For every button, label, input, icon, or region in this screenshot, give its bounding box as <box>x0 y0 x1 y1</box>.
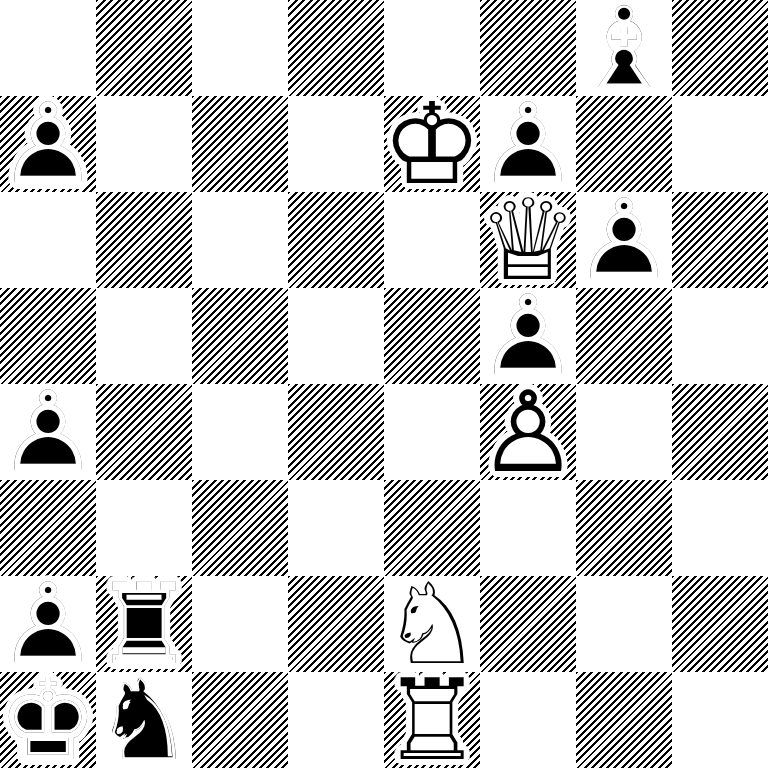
square-c1[interactable] <box>192 672 288 768</box>
piece-black-king-icon[interactable]: ♚︎♚︎♔︎ <box>0 672 96 768</box>
square-a7[interactable]: ♟︎♟︎♙︎ <box>0 96 96 192</box>
piece-glyph-detail-white: ♙︎ <box>576 192 672 288</box>
square-b5[interactable] <box>96 288 192 384</box>
square-g2[interactable] <box>576 576 672 672</box>
square-e1[interactable]: ♜︎♜︎♖︎ <box>384 672 480 768</box>
piece-glyph-detail-white: ♗︎ <box>576 0 672 96</box>
square-h3[interactable] <box>672 480 768 576</box>
piece-glyph-outline-black: ♔︎ <box>384 96 480 192</box>
piece-glyph-outline-black: ♖︎ <box>384 672 480 768</box>
square-h5[interactable] <box>672 288 768 384</box>
square-h2[interactable] <box>672 576 768 672</box>
square-f4[interactable]: ♟︎♟︎♙︎ <box>480 384 576 480</box>
chess-board: ♝︎♝︎♗︎♟︎♟︎♙︎♚︎♚︎♔︎♟︎♟︎♙︎♛︎♛︎♕︎♟︎♟︎♙︎♟︎♟︎… <box>0 0 768 768</box>
piece-black-bishop-icon[interactable]: ♝︎♝︎♗︎ <box>576 0 672 96</box>
piece-white-king-icon[interactable]: ♚︎♚︎♔︎ <box>384 96 480 192</box>
square-b6[interactable] <box>96 192 192 288</box>
piece-black-knight-icon[interactable]: ♞︎♞︎♘︎ <box>96 672 192 768</box>
square-b8[interactable] <box>96 0 192 96</box>
square-a1[interactable]: ♚︎♚︎♔︎ <box>0 672 96 768</box>
square-g3[interactable] <box>576 480 672 576</box>
square-g6[interactable]: ♟︎♟︎♙︎ <box>576 192 672 288</box>
square-c8[interactable] <box>192 0 288 96</box>
square-g8[interactable]: ♝︎♝︎♗︎ <box>576 0 672 96</box>
square-c7[interactable] <box>192 96 288 192</box>
square-g4[interactable] <box>576 384 672 480</box>
square-d4[interactable] <box>288 384 384 480</box>
piece-glyph-detail-white: ♙︎ <box>0 96 96 192</box>
square-c6[interactable] <box>192 192 288 288</box>
square-h8[interactable] <box>672 0 768 96</box>
piece-black-pawn-icon[interactable]: ♟︎♟︎♙︎ <box>0 96 96 192</box>
piece-glyph-detail-white: ♔︎ <box>0 672 96 768</box>
square-e7[interactable]: ♚︎♚︎♔︎ <box>384 96 480 192</box>
square-f3[interactable] <box>480 480 576 576</box>
square-d8[interactable] <box>288 0 384 96</box>
square-h4[interactable] <box>672 384 768 480</box>
piece-black-pawn-icon[interactable]: ♟︎♟︎♙︎ <box>576 192 672 288</box>
piece-white-pawn-icon[interactable]: ♟︎♟︎♙︎ <box>480 384 576 480</box>
square-d3[interactable] <box>288 480 384 576</box>
square-e5[interactable] <box>384 288 480 384</box>
square-d2[interactable] <box>288 576 384 672</box>
square-h1[interactable] <box>672 672 768 768</box>
square-f1[interactable] <box>480 672 576 768</box>
square-c2[interactable] <box>192 576 288 672</box>
square-b7[interactable] <box>96 96 192 192</box>
square-e6[interactable] <box>384 192 480 288</box>
piece-glyph-detail-white: ♘︎ <box>96 672 192 768</box>
square-d6[interactable] <box>288 192 384 288</box>
square-c4[interactable] <box>192 384 288 480</box>
square-e4[interactable] <box>384 384 480 480</box>
square-d5[interactable] <box>288 288 384 384</box>
piece-glyph-detail-white: ♙︎ <box>0 384 96 480</box>
square-a4[interactable]: ♟︎♟︎♙︎ <box>0 384 96 480</box>
square-b4[interactable] <box>96 384 192 480</box>
square-f2[interactable] <box>480 576 576 672</box>
square-g5[interactable] <box>576 288 672 384</box>
square-c5[interactable] <box>192 288 288 384</box>
square-a6[interactable] <box>0 192 96 288</box>
square-h6[interactable] <box>672 192 768 288</box>
piece-black-pawn-icon[interactable]: ♟︎♟︎♙︎ <box>0 384 96 480</box>
square-d1[interactable] <box>288 672 384 768</box>
square-h7[interactable] <box>672 96 768 192</box>
piece-glyph-outline-black: ♙︎ <box>480 384 576 480</box>
piece-white-rook-icon[interactable]: ♜︎♜︎♖︎ <box>384 672 480 768</box>
square-g1[interactable] <box>576 672 672 768</box>
square-b1[interactable]: ♞︎♞︎♘︎ <box>96 672 192 768</box>
square-d7[interactable] <box>288 96 384 192</box>
square-c3[interactable] <box>192 480 288 576</box>
